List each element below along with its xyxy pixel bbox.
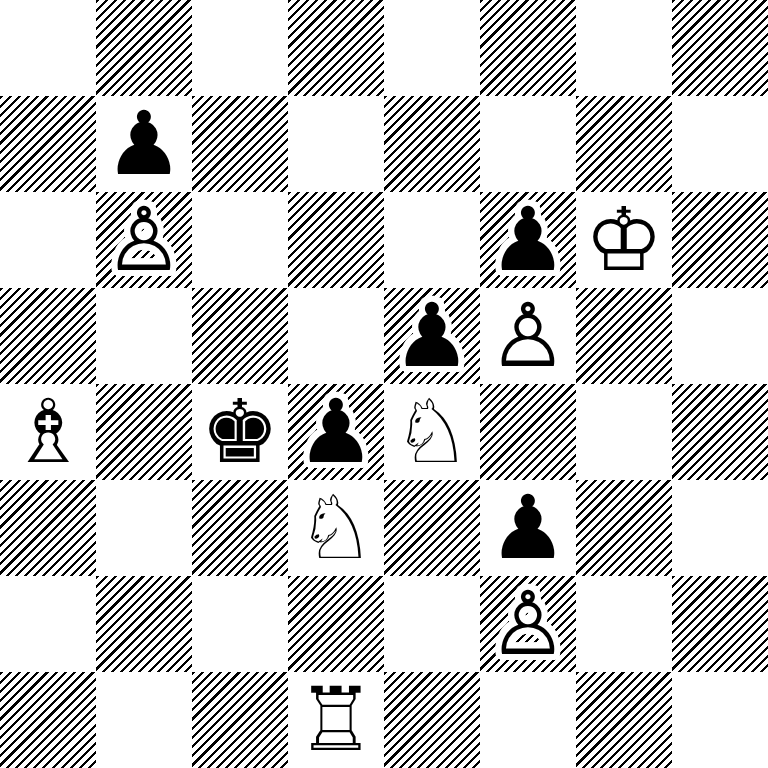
square-a4[interactable]: ♗ [0,384,96,480]
square-f3[interactable]: ♟ [480,480,576,576]
square-d3[interactable]: ♘ [288,480,384,576]
square-b1[interactable] [96,672,192,768]
black-pawn-piece: ♟ [489,480,568,576]
square-f6[interactable]: ♟ [480,192,576,288]
square-c5[interactable] [192,288,288,384]
square-b6[interactable]: ♙ [96,192,192,288]
square-c7[interactable] [192,96,288,192]
square-a3[interactable] [0,480,96,576]
square-d2[interactable] [288,576,384,672]
white-pawn-piece: ♙ [489,288,568,384]
square-f4[interactable] [480,384,576,480]
white-knight-piece: ♘ [297,480,376,576]
square-d8[interactable] [288,0,384,96]
square-c2[interactable] [192,576,288,672]
square-a7[interactable] [0,96,96,192]
square-d7[interactable] [288,96,384,192]
white-rook-piece: ♖ [297,672,376,768]
white-bishop-piece: ♗ [9,384,88,480]
square-b7[interactable]: ♟ [96,96,192,192]
square-a5[interactable] [0,288,96,384]
square-d1[interactable]: ♖ [288,672,384,768]
square-c3[interactable] [192,480,288,576]
square-g3[interactable] [576,480,672,576]
square-c4[interactable]: ♚ [192,384,288,480]
square-d5[interactable] [288,288,384,384]
square-h4[interactable] [672,384,768,480]
square-g7[interactable] [576,96,672,192]
square-c6[interactable] [192,192,288,288]
square-h2[interactable] [672,576,768,672]
square-g2[interactable] [576,576,672,672]
square-h7[interactable] [672,96,768,192]
square-h6[interactable] [672,192,768,288]
chess-board: ♟♙♟♔♟♙♗♚♟♘♘♟♙♖ [0,0,768,768]
square-b8[interactable] [96,0,192,96]
square-f8[interactable] [480,0,576,96]
square-g1[interactable] [576,672,672,768]
square-a8[interactable] [0,0,96,96]
square-e3[interactable] [384,480,480,576]
square-h8[interactable] [672,0,768,96]
square-e6[interactable] [384,192,480,288]
white-pawn-piece: ♙ [489,576,568,672]
square-f1[interactable] [480,672,576,768]
black-pawn-piece: ♟ [105,96,184,192]
square-b4[interactable] [96,384,192,480]
square-h1[interactable] [672,672,768,768]
square-g5[interactable] [576,288,672,384]
black-king-piece: ♚ [201,384,280,480]
white-knight-piece: ♘ [393,384,472,480]
square-g4[interactable] [576,384,672,480]
square-h5[interactable] [672,288,768,384]
square-c1[interactable] [192,672,288,768]
square-g6[interactable]: ♔ [576,192,672,288]
square-a2[interactable] [0,576,96,672]
square-b2[interactable] [96,576,192,672]
square-b5[interactable] [96,288,192,384]
white-king-piece: ♔ [585,192,664,288]
square-a6[interactable] [0,192,96,288]
black-pawn-piece: ♟ [393,288,472,384]
square-d4[interactable]: ♟ [288,384,384,480]
square-f2[interactable]: ♙ [480,576,576,672]
square-e2[interactable] [384,576,480,672]
square-e1[interactable] [384,672,480,768]
square-e7[interactable] [384,96,480,192]
black-pawn-piece: ♟ [297,384,376,480]
square-e8[interactable] [384,0,480,96]
black-pawn-piece: ♟ [489,192,568,288]
square-c8[interactable] [192,0,288,96]
square-h3[interactable] [672,480,768,576]
white-pawn-piece: ♙ [105,192,184,288]
square-e4[interactable]: ♘ [384,384,480,480]
square-a1[interactable] [0,672,96,768]
square-d6[interactable] [288,192,384,288]
square-f5[interactable]: ♙ [480,288,576,384]
square-f7[interactable] [480,96,576,192]
square-e5[interactable]: ♟ [384,288,480,384]
square-g8[interactable] [576,0,672,96]
square-b3[interactable] [96,480,192,576]
